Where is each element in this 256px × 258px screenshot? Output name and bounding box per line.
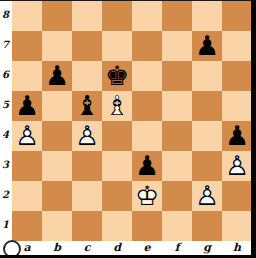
- square-a5[interactable]: ♟: [12, 91, 42, 121]
- file-label-d: d: [102, 241, 132, 255]
- square-a6[interactable]: [12, 61, 42, 91]
- square-c5[interactable]: ♝: [72, 91, 102, 121]
- file-label-c: c: [72, 241, 102, 255]
- square-h6[interactable]: [222, 61, 252, 91]
- white-piece-outline: ♙: [72, 121, 102, 151]
- rank-label-2: 2: [0, 181, 11, 211]
- piece-black-pawn[interactable]: ♟: [12, 91, 42, 121]
- square-g6[interactable]: [192, 61, 222, 91]
- square-b8[interactable]: [42, 1, 72, 31]
- square-e6[interactable]: [132, 61, 162, 91]
- rank-label-3: 3: [0, 151, 11, 181]
- square-g5[interactable]: [192, 91, 222, 121]
- piece-black-pawn[interactable]: ♟: [132, 151, 162, 181]
- square-a8[interactable]: [12, 1, 42, 31]
- file-label-g: g: [192, 241, 222, 255]
- square-g2[interactable]: ♟♙: [192, 181, 222, 211]
- square-d4[interactable]: [102, 121, 132, 151]
- piece-white-pawn[interactable]: ♟♙: [72, 121, 102, 151]
- square-h2[interactable]: [222, 181, 252, 211]
- square-c7[interactable]: [72, 31, 102, 61]
- rank-label-1: 1: [0, 211, 11, 241]
- chess-board: ♟♟♚♟♝♝♗♟♙♟♙♟♟♟♙♚♔♟♙: [12, 1, 252, 241]
- rank-label-8: 8: [0, 1, 11, 31]
- square-b7[interactable]: [42, 31, 72, 61]
- square-a1[interactable]: [12, 211, 42, 241]
- black-piece-glyph: ♟: [132, 151, 162, 181]
- piece-white-bishop[interactable]: ♝♗: [102, 91, 132, 121]
- square-b2[interactable]: [42, 181, 72, 211]
- piece-white-pawn[interactable]: ♟♙: [222, 151, 252, 181]
- square-e1[interactable]: [132, 211, 162, 241]
- square-h4[interactable]: ♟: [222, 121, 252, 151]
- square-a7[interactable]: [12, 31, 42, 61]
- rank-label-5: 5: [0, 91, 11, 121]
- white-piece-outline: ♔: [132, 181, 162, 211]
- square-e2[interactable]: ♚♔: [132, 181, 162, 211]
- square-d5[interactable]: ♝♗: [102, 91, 132, 121]
- square-a3[interactable]: [12, 151, 42, 181]
- square-g7[interactable]: ♟: [192, 31, 222, 61]
- square-f3[interactable]: [162, 151, 192, 181]
- square-c2[interactable]: [72, 181, 102, 211]
- square-d6[interactable]: ♚: [102, 61, 132, 91]
- piece-white-pawn[interactable]: ♟♙: [12, 121, 42, 151]
- square-g1[interactable]: [192, 211, 222, 241]
- piece-white-pawn[interactable]: ♟♙: [192, 181, 222, 211]
- square-c6[interactable]: [72, 61, 102, 91]
- square-e7[interactable]: [132, 31, 162, 61]
- square-g3[interactable]: [192, 151, 222, 181]
- square-f2[interactable]: [162, 181, 192, 211]
- square-f5[interactable]: [162, 91, 192, 121]
- square-c3[interactable]: [72, 151, 102, 181]
- file-label-b: b: [42, 241, 72, 255]
- white-piece-outline: ♙: [12, 121, 42, 151]
- file-label-e: e: [132, 241, 162, 255]
- square-b4[interactable]: [42, 121, 72, 151]
- square-e4[interactable]: [132, 121, 162, 151]
- square-b5[interactable]: [42, 91, 72, 121]
- square-g8[interactable]: [192, 1, 222, 31]
- black-piece-glyph: ♚: [102, 61, 132, 91]
- right-border: [251, 0, 256, 258]
- square-d3[interactable]: [102, 151, 132, 181]
- square-f1[interactable]: [162, 211, 192, 241]
- square-g4[interactable]: [192, 121, 222, 151]
- square-b6[interactable]: ♟: [42, 61, 72, 91]
- square-c8[interactable]: [72, 1, 102, 31]
- black-piece-glyph: ♝: [72, 91, 102, 121]
- square-d8[interactable]: [102, 1, 132, 31]
- square-c4[interactable]: ♟♙: [72, 121, 102, 151]
- chess-position-diagram: ♟♟♚♟♝♝♗♟♙♟♙♟♟♟♙♚♔♟♙ 87654321 abcdefgh: [0, 0, 256, 258]
- file-label-f: f: [162, 241, 192, 255]
- black-piece-glyph: ♟: [222, 121, 252, 151]
- square-e3[interactable]: ♟: [132, 151, 162, 181]
- rank-label-6: 6: [0, 61, 11, 91]
- file-label-h: h: [222, 241, 252, 255]
- square-f7[interactable]: [162, 31, 192, 61]
- square-d1[interactable]: [102, 211, 132, 241]
- piece-black-king[interactable]: ♚: [102, 61, 132, 91]
- piece-black-bishop[interactable]: ♝: [72, 91, 102, 121]
- square-c1[interactable]: [72, 211, 102, 241]
- square-b1[interactable]: [42, 211, 72, 241]
- white-piece-outline: ♗: [102, 91, 132, 121]
- piece-black-pawn[interactable]: ♟: [222, 121, 252, 151]
- white-piece-outline: ♙: [192, 181, 222, 211]
- square-h5[interactable]: [222, 91, 252, 121]
- black-piece-glyph: ♟: [192, 31, 222, 61]
- square-d7[interactable]: [102, 31, 132, 61]
- square-h3[interactable]: ♟♙: [222, 151, 252, 181]
- piece-white-king[interactable]: ♚♔: [132, 181, 162, 211]
- square-f6[interactable]: [162, 61, 192, 91]
- square-f4[interactable]: [162, 121, 192, 151]
- square-d2[interactable]: [102, 181, 132, 211]
- square-a2[interactable]: [12, 181, 42, 211]
- white-piece-outline: ♙: [222, 151, 252, 181]
- piece-black-pawn[interactable]: ♟: [42, 61, 72, 91]
- square-e5[interactable]: [132, 91, 162, 121]
- black-piece-glyph: ♟: [12, 91, 42, 121]
- black-piece-glyph: ♟: [42, 61, 72, 91]
- piece-black-pawn[interactable]: ♟: [192, 31, 222, 61]
- square-h1[interactable]: [222, 211, 252, 241]
- rank-label-7: 7: [0, 31, 11, 61]
- rank-label-4: 4: [0, 121, 11, 151]
- square-f8[interactable]: [162, 1, 192, 31]
- square-e8[interactable]: [132, 1, 162, 31]
- square-b3[interactable]: [42, 151, 72, 181]
- square-a4[interactable]: ♟♙: [12, 121, 42, 151]
- square-h8[interactable]: [222, 1, 252, 31]
- square-h7[interactable]: [222, 31, 252, 61]
